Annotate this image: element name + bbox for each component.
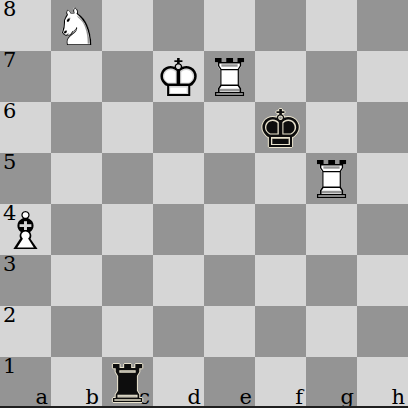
square-f8[interactable] [255,0,306,51]
square-d6[interactable] [153,102,204,153]
square-c4[interactable] [102,204,153,255]
square-b6[interactable] [51,102,102,153]
file-label-d: d [188,387,201,408]
rank-label-7: 7 [3,49,16,72]
white-bishop[interactable]: ♝♗ [0,204,51,255]
square-h3[interactable] [357,255,408,306]
square-d2[interactable] [153,306,204,357]
square-e5[interactable] [204,153,255,204]
square-f6[interactable]: ♚ [255,102,306,153]
square-a1[interactable]: 1a [0,357,51,408]
square-e2[interactable] [204,306,255,357]
square-g5[interactable]: ♜♖ [306,153,357,204]
square-b1[interactable]: b [51,357,102,408]
square-b4[interactable] [51,204,102,255]
square-a2[interactable]: 2 [0,306,51,357]
square-c5[interactable] [102,153,153,204]
file-label-f: f [295,387,303,408]
file-label-b: b [86,387,99,408]
file-label-h: h [391,387,405,408]
square-g8[interactable] [306,0,357,51]
square-b8[interactable]: ♞♘ [51,0,102,51]
square-g2[interactable] [306,306,357,357]
square-g6[interactable] [306,102,357,153]
square-a5[interactable]: 5 [0,153,51,204]
square-f1[interactable]: f [255,357,306,408]
square-d7[interactable]: ♚♔ [153,51,204,102]
file-label-a: a [35,387,48,408]
square-f7[interactable] [255,51,306,102]
square-a4[interactable]: 4♝♗ [0,204,51,255]
square-g4[interactable] [306,204,357,255]
piece-outline-glyph: ♖ [308,154,355,206]
square-f2[interactable] [255,306,306,357]
square-a7[interactable]: 7 [0,51,51,102]
square-b5[interactable] [51,153,102,204]
square-d1[interactable]: d [153,357,204,408]
square-b3[interactable] [51,255,102,306]
square-c3[interactable] [102,255,153,306]
square-g3[interactable] [306,255,357,306]
square-d4[interactable] [153,204,204,255]
square-e1[interactable]: e [204,357,255,408]
square-b2[interactable] [51,306,102,357]
square-c6[interactable] [102,102,153,153]
square-h4[interactable] [357,204,408,255]
piece-glyph: ♚ [257,103,304,155]
piece-glyph: ♜ [104,358,151,408]
square-e8[interactable] [204,0,255,51]
square-d8[interactable] [153,0,204,51]
file-label-e: e [240,387,252,408]
piece-outline-glyph: ♘ [53,1,100,53]
square-a3[interactable]: 3 [0,255,51,306]
square-h7[interactable] [357,51,408,102]
white-king[interactable]: ♚♔ [153,51,204,102]
square-a6[interactable]: 6 [0,102,51,153]
square-b7[interactable] [51,51,102,102]
square-e4[interactable] [204,204,255,255]
square-e3[interactable] [204,255,255,306]
square-g1[interactable]: g [306,357,357,408]
square-c8[interactable] [102,0,153,51]
square-c1[interactable]: c♜ [102,357,153,408]
square-f3[interactable] [255,255,306,306]
piece-outline-glyph: ♔ [155,52,202,104]
square-c7[interactable] [102,51,153,102]
piece-outline-glyph: ♗ [2,205,49,257]
rank-label-2: 2 [3,304,16,327]
white-rook[interactable]: ♜♖ [204,51,255,102]
white-knight[interactable]: ♞♘ [51,0,102,51]
rank-label-8: 8 [3,0,16,21]
black-rook[interactable]: ♜ [102,357,153,408]
rank-label-1: 1 [3,355,16,378]
rank-label-5: 5 [3,151,16,174]
square-f5[interactable] [255,153,306,204]
black-king[interactable]: ♚ [255,102,306,153]
chess-board: 8♞♘7♚♔♜♖6♚5♜♖4♝♗321abc♜defgh [0,0,408,408]
square-h5[interactable] [357,153,408,204]
square-h2[interactable] [357,306,408,357]
white-rook[interactable]: ♜♖ [306,153,357,204]
square-a8[interactable]: 8 [0,0,51,51]
piece-outline-glyph: ♖ [206,52,253,104]
rank-label-6: 6 [3,100,16,123]
square-h1[interactable]: h [357,357,408,408]
file-label-g: g [341,387,354,408]
square-f4[interactable] [255,204,306,255]
square-h6[interactable] [357,102,408,153]
square-e7[interactable]: ♜♖ [204,51,255,102]
square-d3[interactable] [153,255,204,306]
square-c2[interactable] [102,306,153,357]
square-d5[interactable] [153,153,204,204]
square-e6[interactable] [204,102,255,153]
square-g7[interactable] [306,51,357,102]
square-h8[interactable] [357,0,408,51]
